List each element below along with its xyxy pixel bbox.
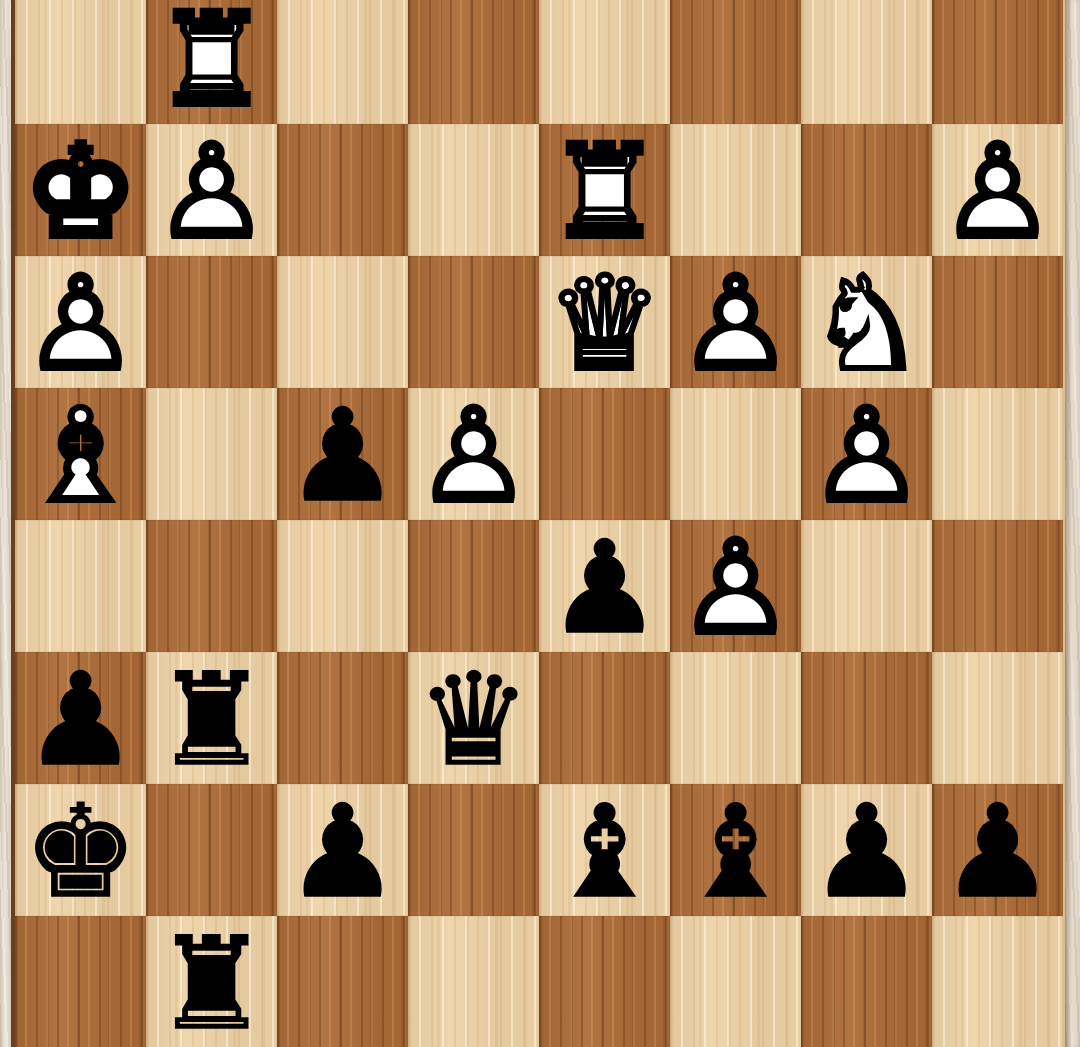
piece-black-pawn[interactable]: ♟♙ — [801, 784, 932, 916]
piece-black-pawn[interactable]: ♟♙ — [277, 784, 408, 916]
piece-glyph-outline: ♙ — [801, 388, 932, 520]
square-e6[interactable]: ♛♕ — [408, 652, 539, 784]
square-c3[interactable]: ♟♙ — [670, 256, 801, 388]
square-e7[interactable] — [408, 784, 539, 916]
piece-white-bishop[interactable]: ♝♗ — [15, 388, 146, 520]
square-d8[interactable] — [539, 916, 670, 1047]
piece-glyph-fill: ♝ — [670, 784, 801, 916]
piece-glyph-outline: ♙ — [670, 520, 801, 652]
piece-white-king[interactable]: ♚♔ — [15, 124, 146, 256]
piece-glyph-fill: ♚ — [15, 784, 146, 916]
square-c2[interactable] — [670, 124, 801, 256]
piece-white-pawn[interactable]: ♟♙ — [670, 256, 801, 388]
square-e4[interactable]: ♟♙ — [408, 388, 539, 520]
piece-black-rook[interactable]: ♜♖ — [146, 652, 277, 784]
square-g3[interactable] — [146, 256, 277, 388]
piece-glyph-outline: ♗ — [15, 388, 146, 520]
square-f1[interactable] — [277, 0, 408, 124]
square-d7[interactable]: ♝♗ — [539, 784, 670, 916]
piece-white-rook[interactable]: ♜♖ — [146, 0, 277, 124]
square-f6[interactable] — [277, 652, 408, 784]
square-c1[interactable] — [670, 0, 801, 124]
left-margin — [0, 0, 11, 1047]
piece-white-pawn[interactable]: ♟♙ — [670, 520, 801, 652]
square-a2[interactable]: ♟♙ — [932, 124, 1063, 256]
piece-glyph-outline: ♕ — [539, 256, 670, 388]
chess-board: ♜♖♚♔♟♙♜♖♟♙♟♙♛♕♟♙♞♘♝♗♟♙♟♙♟♙♟♙♟♙♟♙♜♖♛♕♚♔♟♙… — [11, 0, 1065, 1047]
piece-glyph-outline: ♙ — [146, 124, 277, 256]
square-e3[interactable] — [408, 256, 539, 388]
piece-glyph-outline: ♙ — [670, 256, 801, 388]
piece-black-pawn[interactable]: ♟♙ — [277, 388, 408, 520]
piece-black-bishop[interactable]: ♝♗ — [539, 784, 670, 916]
square-d5[interactable]: ♟♙ — [539, 520, 670, 652]
square-a6[interactable] — [932, 652, 1063, 784]
piece-glyph-fill: ♟ — [932, 784, 1063, 916]
square-a3[interactable] — [932, 256, 1063, 388]
piece-white-rook[interactable]: ♜♖ — [539, 124, 670, 256]
piece-glyph-fill: ♝ — [539, 784, 670, 916]
square-d2[interactable]: ♜♖ — [539, 124, 670, 256]
square-f4[interactable]: ♟♙ — [277, 388, 408, 520]
piece-glyph-fill: ♟ — [801, 784, 932, 916]
square-g6[interactable]: ♜♖ — [146, 652, 277, 784]
square-f3[interactable] — [277, 256, 408, 388]
piece-glyph-outline: ♙ — [15, 256, 146, 388]
square-d3[interactable]: ♛♕ — [539, 256, 670, 388]
piece-white-knight[interactable]: ♞♘ — [801, 256, 932, 388]
square-c7[interactable]: ♝♗ — [670, 784, 801, 916]
piece-glyph-fill: ♟ — [277, 784, 408, 916]
square-f2[interactable] — [277, 124, 408, 256]
square-g2[interactable]: ♟♙ — [146, 124, 277, 256]
square-b2[interactable] — [801, 124, 932, 256]
piece-white-pawn[interactable]: ♟♙ — [408, 388, 539, 520]
piece-white-pawn[interactable]: ♟♙ — [146, 124, 277, 256]
square-c6[interactable] — [670, 652, 801, 784]
piece-glyph-outline: ♙ — [932, 124, 1063, 256]
square-a4[interactable] — [932, 388, 1063, 520]
square-h7[interactable]: ♚♔ — [15, 784, 146, 916]
piece-glyph-fill: ♛ — [408, 652, 539, 784]
square-g5[interactable] — [146, 520, 277, 652]
square-b7[interactable]: ♟♙ — [801, 784, 932, 916]
square-a1[interactable] — [932, 0, 1063, 124]
piece-glyph-outline: ♘ — [801, 256, 932, 388]
square-c8[interactable] — [670, 916, 801, 1047]
square-h3[interactable]: ♟♙ — [15, 256, 146, 388]
piece-black-pawn[interactable]: ♟♙ — [15, 652, 146, 784]
square-d6[interactable] — [539, 652, 670, 784]
piece-white-pawn[interactable]: ♟♙ — [15, 256, 146, 388]
chess-app: ♜♖♚♔♟♙♜♖♟♙♟♙♛♕♟♙♞♘♝♗♟♙♟♙♟♙♟♙♟♙♟♙♜♖♛♕♚♔♟♙… — [0, 0, 1080, 1047]
piece-white-pawn[interactable]: ♟♙ — [932, 124, 1063, 256]
piece-glyph-fill: ♟ — [539, 520, 670, 652]
piece-black-queen[interactable]: ♛♕ — [408, 652, 539, 784]
piece-glyph-outline: ♔ — [15, 124, 146, 256]
piece-black-king[interactable]: ♚♔ — [15, 784, 146, 916]
square-h8[interactable] — [15, 916, 146, 1047]
square-b1[interactable] — [801, 0, 932, 124]
square-h4[interactable]: ♝♗ — [15, 388, 146, 520]
square-g8[interactable]: ♜♖ — [146, 916, 277, 1047]
piece-black-pawn[interactable]: ♟♙ — [932, 784, 1063, 916]
square-b8[interactable] — [801, 916, 932, 1047]
square-g1[interactable]: ♜♖ — [146, 0, 277, 124]
piece-glyph-fill: ♜ — [146, 916, 277, 1047]
right-margin — [1065, 0, 1080, 1047]
square-e8[interactable] — [408, 916, 539, 1047]
square-h2[interactable]: ♚♔ — [15, 124, 146, 256]
square-g4[interactable] — [146, 388, 277, 520]
square-h5[interactable] — [15, 520, 146, 652]
square-f8[interactable] — [277, 916, 408, 1047]
square-f7[interactable]: ♟♙ — [277, 784, 408, 916]
square-d4[interactable] — [539, 388, 670, 520]
piece-glyph-fill: ♜ — [146, 652, 277, 784]
square-e5[interactable] — [408, 520, 539, 652]
square-e2[interactable] — [408, 124, 539, 256]
piece-glyph-fill: ♟ — [277, 388, 408, 520]
square-a5[interactable] — [932, 520, 1063, 652]
square-g7[interactable] — [146, 784, 277, 916]
square-d1[interactable] — [539, 0, 670, 124]
piece-black-pawn[interactable]: ♟♙ — [539, 520, 670, 652]
square-b5[interactable] — [801, 520, 932, 652]
piece-black-rook[interactable]: ♜♖ — [146, 916, 277, 1047]
square-b6[interactable] — [801, 652, 932, 784]
piece-glyph-outline: ♖ — [539, 124, 670, 256]
square-c5[interactable]: ♟♙ — [670, 520, 801, 652]
square-a8[interactable] — [932, 916, 1063, 1047]
piece-glyph-fill: ♟ — [15, 652, 146, 784]
square-h1[interactable] — [15, 0, 146, 124]
piece-black-bishop[interactable]: ♝♗ — [670, 784, 801, 916]
piece-glyph-outline: ♖ — [146, 0, 277, 124]
square-f5[interactable] — [277, 520, 408, 652]
square-c4[interactable] — [670, 388, 801, 520]
square-b3[interactable]: ♞♘ — [801, 256, 932, 388]
square-b4[interactable]: ♟♙ — [801, 388, 932, 520]
piece-white-queen[interactable]: ♛♕ — [539, 256, 670, 388]
square-h6[interactable]: ♟♙ — [15, 652, 146, 784]
square-a7[interactable]: ♟♙ — [932, 784, 1063, 916]
piece-white-pawn[interactable]: ♟♙ — [801, 388, 932, 520]
piece-glyph-outline: ♙ — [408, 388, 539, 520]
square-e1[interactable] — [408, 0, 539, 124]
